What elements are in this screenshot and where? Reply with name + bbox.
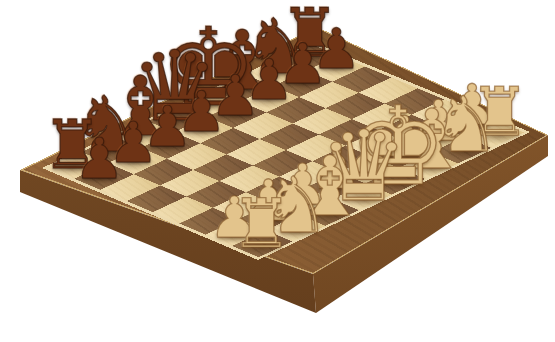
black-pawn-a7[interactable]: ♟: [74, 131, 125, 187]
white-rook-a1[interactable]: ♜: [231, 190, 292, 258]
pieces-layer: ♜♞♝♛♚♝♞♜♟♟♟♟♟♟♟♟♟♟♟♟♟♟♟♟♜♞♝♛♚♝♞♜: [0, 0, 555, 342]
chess-set-photo: ♜♞♝♛♚♝♞♜♟♟♟♟♟♟♟♟♟♟♟♟♟♟♟♟♜♞♝♛♚♝♞♜: [0, 0, 555, 342]
